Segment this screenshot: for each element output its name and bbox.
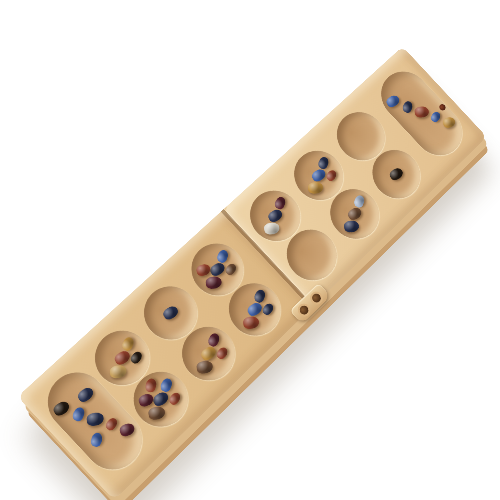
stone-tan	[109, 364, 127, 379]
stone-red-brown	[167, 391, 182, 407]
stone-white	[263, 222, 280, 235]
stone-navy	[261, 302, 275, 317]
stone-maroon	[137, 392, 155, 408]
stone-black	[51, 399, 71, 418]
stone-brown	[148, 406, 166, 421]
stone-red-brown	[113, 349, 132, 367]
stone-blue	[215, 248, 230, 264]
stone-maroon	[206, 332, 221, 348]
stone-navy	[266, 208, 284, 224]
stone-brown	[224, 262, 238, 277]
stone-blue	[385, 94, 402, 109]
stone-blue	[310, 167, 328, 183]
stone-navy	[208, 261, 226, 278]
hinge-pin-icon	[298, 304, 310, 317]
stone-navy	[343, 220, 360, 233]
stone-gold	[441, 116, 456, 129]
stone-red-brown	[195, 263, 212, 278]
stone-brown	[196, 360, 214, 375]
stone-navy	[253, 288, 267, 304]
stone-blue	[89, 432, 103, 448]
stone-navy	[161, 304, 180, 321]
stone-brown	[346, 206, 363, 222]
stone-red-brown	[215, 346, 230, 361]
stone-black	[388, 166, 405, 182]
stone-gold	[307, 181, 324, 194]
stone-maroon	[118, 422, 136, 438]
stone-blue	[71, 406, 87, 423]
stone-black	[129, 350, 144, 366]
product-photo	[0, 0, 500, 500]
stone-navy	[401, 100, 414, 115]
hinge-pin-icon	[310, 292, 322, 305]
stone-red-brown	[242, 316, 260, 330]
stone-red-brown	[104, 416, 119, 432]
stone-navy	[151, 390, 170, 408]
stone-navy	[76, 385, 96, 404]
stone-red-brown	[414, 106, 430, 118]
stone-maroon	[205, 276, 223, 290]
stone-gold	[199, 345, 218, 363]
stone-blue	[429, 110, 442, 124]
stone-blue	[159, 377, 174, 394]
stone-navy	[86, 412, 105, 427]
stone-red-brown	[144, 377, 158, 393]
mancala-board	[17, 46, 486, 500]
stone-blue	[246, 301, 264, 318]
stone-gold	[120, 336, 135, 353]
stone-red-brown	[325, 168, 339, 182]
